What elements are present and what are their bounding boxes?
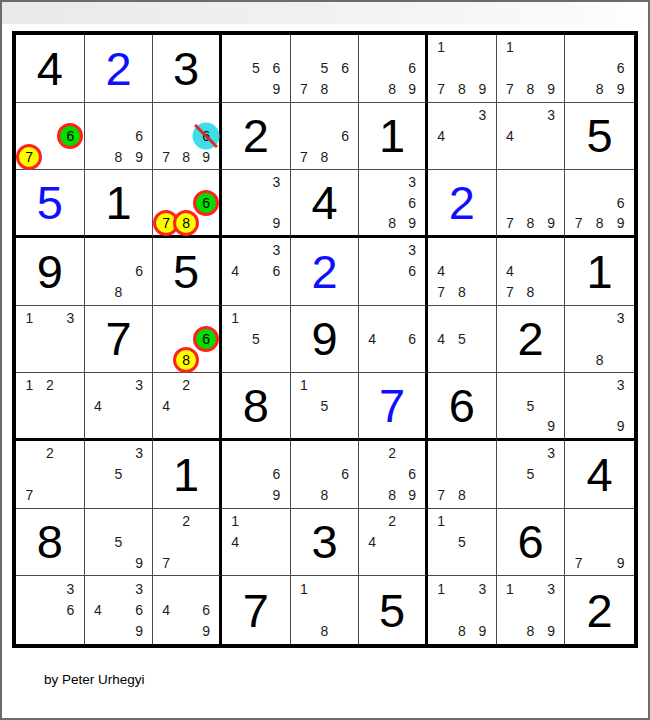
candidate-digit: 5 <box>452 532 473 553</box>
cell-r7c5[interactable]: 68 <box>291 441 360 509</box>
cell-r7c7[interactable]: 78 <box>428 441 497 509</box>
cell-r4c5[interactable]: 2 <box>291 238 360 306</box>
given-digit: 2 <box>497 306 565 373</box>
candidate-digit: 6 <box>402 193 422 213</box>
candidate-digit: 6 <box>129 600 150 621</box>
cell-r1c4[interactable]: 569 <box>222 35 291 103</box>
candidate-digit: 8 <box>108 282 129 303</box>
given-digit: 9 <box>16 238 84 305</box>
candidates: 3689 <box>362 172 422 233</box>
candidate-digit: 2 <box>176 511 196 532</box>
candidate-digit: 7 <box>156 146 176 167</box>
candidate-digit: 2 <box>40 375 61 395</box>
solved-digit: 2 <box>291 238 359 305</box>
cell-r8c8[interactable]: 6 <box>497 509 566 577</box>
candidates: 59 <box>88 511 150 574</box>
candidate-digit: 4 <box>225 532 246 553</box>
candidate-digit: 3 <box>402 240 422 261</box>
candidates: 15 <box>431 511 493 574</box>
candidate-digit: 6 <box>60 600 81 621</box>
candidate-digit: 6 <box>266 464 287 485</box>
cell-r3c6[interactable]: 3689 <box>359 170 428 238</box>
candidate-digit: 1 <box>294 375 315 395</box>
candidates: 346 <box>225 240 287 303</box>
candidates: 13 <box>19 308 81 371</box>
candidates: 46 <box>362 308 422 371</box>
candidate-digit: 8 <box>589 213 610 233</box>
candidate-digit: 9 <box>610 552 631 573</box>
given-digit: 4 <box>565 441 634 508</box>
candidate-digit: 6 <box>266 58 287 79</box>
candidates: 12 <box>19 375 81 436</box>
cell-r5c7[interactable]: 45 <box>428 306 497 374</box>
candidates: 36 <box>19 578 81 642</box>
candidate-digit: 7 <box>568 552 589 573</box>
cell-r9c2[interactable]: 3469 <box>85 576 154 644</box>
candidate-digit: 6 <box>129 261 150 282</box>
cell-r5c3[interactable]: 68 <box>153 306 222 374</box>
candidate-digit: 6 <box>335 58 356 79</box>
cell-r9c7[interactable]: 1389 <box>428 576 497 644</box>
cell-r6c3[interactable]: 24 <box>153 373 222 441</box>
candidate-digit: 1 <box>500 37 521 58</box>
candidate-digit: 7 <box>500 79 521 100</box>
cell-r7c9[interactable]: 4 <box>565 441 634 509</box>
candidate-highlight-circle: 7 <box>16 144 42 170</box>
cell-r9c8[interactable]: 1389 <box>497 576 566 644</box>
candidate-digit: 9 <box>129 621 150 642</box>
candidate-digit: 3 <box>266 240 287 261</box>
candidate-highlight-circle: 6 <box>193 190 219 216</box>
cell-r8c3[interactable]: 27 <box>153 509 222 577</box>
candidate-digit: 8 <box>314 146 335 167</box>
cell-r3c5[interactable]: 4 <box>291 170 360 238</box>
cell-r6c6[interactable]: 7 <box>359 373 428 441</box>
candidate-digit: 5 <box>246 329 267 350</box>
cell-r4c9[interactable]: 1 <box>565 238 634 306</box>
candidate-digit: 7 <box>294 79 315 100</box>
candidate-digit: 3 <box>541 443 562 464</box>
candidate-digit: 3 <box>129 578 150 599</box>
cell-r9c3[interactable]: 469 <box>153 576 222 644</box>
candidates: 39 <box>225 172 287 233</box>
candidates: 1389 <box>431 578 493 642</box>
candidates: 59 <box>500 375 562 436</box>
candidate-digit: 9 <box>541 79 562 100</box>
candidate-digit: 3 <box>610 375 631 395</box>
cell-r1c6[interactable]: 689 <box>359 35 428 103</box>
candidate-digit: 3 <box>266 172 287 192</box>
candidate-digit: 5 <box>108 464 129 485</box>
candidate-digit: 9 <box>266 79 287 100</box>
candidate-highlight-circle: 8 <box>173 347 199 373</box>
candidate-highlight-circle: 6 <box>57 123 83 149</box>
given-digit: 8 <box>16 509 84 576</box>
candidate-digit: 9 <box>610 79 631 100</box>
given-digit: 6 <box>428 373 496 438</box>
cell-r2c7[interactable]: 34 <box>428 103 497 171</box>
candidate-digit: 8 <box>589 349 610 370</box>
candidate-highlight-circle: 6 <box>193 326 219 352</box>
candidate-digit: 8 <box>452 282 473 303</box>
cell-r5c5[interactable]: 9 <box>291 306 360 374</box>
cell-r2c9[interactable]: 5 <box>565 103 634 171</box>
given-digit: 1 <box>565 238 634 305</box>
cell-r7c3[interactable]: 1 <box>153 441 222 509</box>
candidates: 689 <box>568 37 631 100</box>
cell-r9c5[interactable]: 18 <box>291 576 360 644</box>
given-digit: 6 <box>497 509 565 576</box>
candidates: 478 <box>431 240 493 303</box>
candidate-digit: 4 <box>225 261 246 282</box>
candidate-digit: 8 <box>452 485 473 506</box>
candidate-digit: 8 <box>589 79 610 100</box>
given-digit: 5 <box>565 103 634 170</box>
candidate-digit: 3 <box>541 578 562 599</box>
cell-r1c3[interactable]: 3 <box>153 35 222 103</box>
candidate-digit: 4 <box>362 329 382 350</box>
candidate-digit: 9 <box>196 146 216 167</box>
candidates: 1789 <box>431 37 493 100</box>
candidate-digit: 4 <box>431 261 452 282</box>
window-top-bar <box>2 2 648 24</box>
candidate-digit: 4 <box>156 600 176 621</box>
eliminated-candidate-highlight: 6 <box>193 122 220 149</box>
given-digit: 1 <box>359 103 425 170</box>
candidate-digit: 6 <box>402 261 422 282</box>
candidate-highlight-circle: 8 <box>173 210 199 236</box>
candidates: 68 <box>88 240 150 303</box>
candidate-digit: 6 <box>335 464 356 485</box>
cell-r6c7[interactable]: 6 <box>428 373 497 441</box>
cell-r4c1[interactable]: 9 <box>16 238 85 306</box>
candidate-digit: 4 <box>500 126 521 147</box>
candidates: 27 <box>156 511 216 574</box>
candidates: 478 <box>500 240 562 303</box>
cell-r9c9[interactable]: 2 <box>565 576 634 644</box>
candidate-digit: 9 <box>541 416 562 436</box>
candidates: 79 <box>568 511 631 574</box>
cell-r7c1[interactable]: 27 <box>16 441 85 509</box>
candidate-digit: 6 <box>402 58 422 79</box>
candidates: 35 <box>88 443 150 506</box>
sudoku-grid: 4235695678689178917896896768967892678134… <box>12 31 638 648</box>
candidate-digit: 7 <box>500 282 521 303</box>
candidate-digit: 9 <box>402 213 422 233</box>
given-digit: 1 <box>153 441 219 508</box>
candidate-digit: 8 <box>176 213 196 233</box>
candidate-digit: 9 <box>196 621 216 642</box>
candidate-digit: 8 <box>452 79 473 100</box>
solved-digit: 7 <box>359 373 425 438</box>
candidate-digit: 8 <box>520 282 541 303</box>
cell-r9c6[interactable]: 5 <box>359 576 428 644</box>
candidate-digit: 9 <box>541 621 562 642</box>
candidate-digit: 4 <box>500 261 521 282</box>
cell-r1c5[interactable]: 5678 <box>291 35 360 103</box>
candidate-digit: 9 <box>129 146 150 167</box>
cell-r1c2[interactable]: 2 <box>85 35 154 103</box>
candidate-digit: 8 <box>314 79 335 100</box>
cell-r3c1[interactable]: 5 <box>16 170 85 238</box>
candidate-digit: 9 <box>129 552 150 573</box>
candidate-digit: 1 <box>431 37 452 58</box>
candidate-digit: 7 <box>431 79 452 100</box>
candidate-digit: 3 <box>60 308 81 329</box>
cell-r7c8[interactable]: 35 <box>497 441 566 509</box>
candidate-digit: 8 <box>176 146 196 167</box>
cell-r5c6[interactable]: 46 <box>359 306 428 374</box>
candidate-digit: 8 <box>382 213 402 233</box>
candidates: 15 <box>225 308 287 371</box>
candidate-digit: 7 <box>19 485 40 506</box>
candidate-digit: 7 <box>500 213 521 233</box>
candidates: 689 <box>88 105 150 168</box>
candidates: 24 <box>362 511 422 574</box>
candidate-digit: 6 <box>266 261 287 282</box>
candidate-digit: 5 <box>314 396 335 416</box>
candidate-digit: 7 <box>156 552 176 573</box>
candidates: 67 <box>19 105 81 168</box>
candidate-digit: 8 <box>520 621 541 642</box>
candidate-digit: 3 <box>610 308 631 329</box>
given-digit: 7 <box>222 576 290 644</box>
candidate-digit: 1 <box>225 308 246 329</box>
given-digit: 5 <box>153 238 219 305</box>
candidate-digit: 1 <box>431 578 452 599</box>
candidate-digit: 4 <box>431 126 452 147</box>
candidates: 45 <box>431 308 493 371</box>
cell-r4c3[interactable]: 5 <box>153 238 222 306</box>
candidate-digit: 6 <box>196 193 216 213</box>
cell-r8c4[interactable]: 14 <box>222 509 291 577</box>
cell-r5c9[interactable]: 38 <box>565 306 634 374</box>
cell-r8c2[interactable]: 59 <box>85 509 154 577</box>
candidate-digit: 4 <box>156 396 176 416</box>
cell-r8c6[interactable]: 24 <box>359 509 428 577</box>
solved-digit: 2 <box>85 35 153 102</box>
candidate-digit: 2 <box>40 443 61 464</box>
cell-r6c9[interactable]: 39 <box>565 373 634 441</box>
solved-digit: 5 <box>16 170 84 235</box>
candidate-digit: 2 <box>382 443 402 464</box>
candidate-digit: 5 <box>314 58 335 79</box>
candidate-digit: 3 <box>129 375 150 395</box>
candidate-digit: 9 <box>266 485 287 506</box>
candidate-digit: 5 <box>520 396 541 416</box>
given-digit: 2 <box>222 103 290 170</box>
candidates: 678 <box>156 172 216 233</box>
cell-r8c1[interactable]: 8 <box>16 509 85 577</box>
cell-r2c8[interactable]: 34 <box>497 103 566 171</box>
candidate-digit: 1 <box>19 308 40 329</box>
candidate-digit: 9 <box>266 213 287 233</box>
cell-r6c4[interactable]: 8 <box>222 373 291 441</box>
given-digit: 3 <box>291 509 359 576</box>
candidates: 1789 <box>500 37 562 100</box>
candidate-digit: 8 <box>382 485 402 506</box>
candidates: 789 <box>500 172 562 233</box>
cell-r3c3[interactable]: 678 <box>153 170 222 238</box>
candidate-digit: 9 <box>472 79 493 100</box>
cell-r5c2[interactable]: 7 <box>85 306 154 374</box>
candidate-digit: 3 <box>472 578 493 599</box>
candidate-digit: 6 <box>60 126 81 147</box>
candidate-digit: 8 <box>108 146 129 167</box>
candidate-digit: 2 <box>176 375 196 395</box>
candidate-digit: 1 <box>225 511 246 532</box>
given-digit: 4 <box>16 35 84 102</box>
screenshot-frame: 4235695678689178917896896768967892678134… <box>0 0 650 720</box>
candidate-digit: 6 <box>610 58 631 79</box>
cell-r1c8[interactable]: 1789 <box>497 35 566 103</box>
cell-r9c1[interactable]: 36 <box>16 576 85 644</box>
candidate-digit: 1 <box>431 511 452 532</box>
cell-r4c2[interactable]: 68 <box>85 238 154 306</box>
candidates: 1389 <box>500 578 562 642</box>
candidates: 36 <box>362 240 422 303</box>
cell-r4c7[interactable]: 478 <box>428 238 497 306</box>
cell-r6c2[interactable]: 34 <box>85 373 154 441</box>
candidate-digit: 6 <box>402 464 422 485</box>
candidates: 24 <box>156 375 216 436</box>
cell-r2c1[interactable]: 67 <box>16 103 85 171</box>
candidates: 27 <box>19 443 81 506</box>
candidate-digit: 8 <box>314 485 335 506</box>
cell-r2c4[interactable]: 2 <box>222 103 291 171</box>
cell-r3c7[interactable]: 2 <box>428 170 497 238</box>
cell-r3c8[interactable]: 789 <box>497 170 566 238</box>
candidate-digit: 6 <box>129 126 150 147</box>
candidate-digit: 1 <box>500 578 521 599</box>
candidate-digit: 5 <box>108 532 129 553</box>
candidates: 34 <box>500 105 562 168</box>
candidates: 3469 <box>88 578 150 642</box>
candidate-digit: 8 <box>520 79 541 100</box>
candidate-digit: 9 <box>610 416 631 436</box>
candidate-digit: 7 <box>431 282 452 303</box>
candidate-digit: 3 <box>402 172 422 192</box>
candidates: 38 <box>568 308 631 371</box>
candidate-digit: 4 <box>88 600 109 621</box>
candidates: 5678 <box>294 37 356 100</box>
cell-r1c7[interactable]: 1789 <box>428 35 497 103</box>
cell-r9c4[interactable]: 7 <box>222 576 291 644</box>
cell-r8c9[interactable]: 79 <box>565 509 634 577</box>
cell-r2c5[interactable]: 678 <box>291 103 360 171</box>
candidate-digit: 8 <box>520 213 541 233</box>
candidate-digit: 5 <box>452 329 473 350</box>
candidate-digit: 6 <box>610 193 631 213</box>
cell-r3c4[interactable]: 39 <box>222 170 291 238</box>
candidates: 2689 <box>362 443 422 506</box>
candidate-digit: 7 <box>431 485 452 506</box>
candidate-digit: 8 <box>314 621 335 642</box>
candidate-digit: 1 <box>294 578 315 599</box>
candidates: 15 <box>294 375 356 436</box>
given-digit: 1 <box>85 170 153 235</box>
author-caption: by Peter Urhegyi <box>44 672 145 687</box>
candidates: 6789 <box>568 172 631 233</box>
candidates: 68 <box>156 308 216 371</box>
cell-r7c2[interactable]: 35 <box>85 441 154 509</box>
candidate-digit: 7 <box>19 146 40 167</box>
candidate-digit: 3 <box>541 105 562 126</box>
cell-r1c1[interactable]: 4 <box>16 35 85 103</box>
candidate-digit: 8 <box>452 621 473 642</box>
candidate-digit: 5 <box>246 58 267 79</box>
cell-r5c8[interactable]: 2 <box>497 306 566 374</box>
candidates: 18 <box>294 578 356 642</box>
candidates: 34 <box>431 105 493 168</box>
candidates: 569 <box>225 37 287 100</box>
candidate-digit: 6 <box>196 600 216 621</box>
given-digit: 8 <box>222 373 290 438</box>
candidates: 14 <box>225 511 287 574</box>
cell-r6c1[interactable]: 12 <box>16 373 85 441</box>
given-digit: 2 <box>565 576 634 644</box>
candidate-digit: 3 <box>472 105 493 126</box>
cell-r7c6[interactable]: 2689 <box>359 441 428 509</box>
cell-r3c9[interactable]: 6789 <box>565 170 634 238</box>
cell-r2c2[interactable]: 689 <box>85 103 154 171</box>
candidates: 39 <box>568 375 631 436</box>
candidate-digit: 3 <box>60 578 81 599</box>
given-digit: 5 <box>359 576 425 644</box>
cell-r8c7[interactable]: 15 <box>428 509 497 577</box>
candidate-digit: 9 <box>472 621 493 642</box>
candidate-digit: 4 <box>362 532 382 553</box>
candidate-digit: 3 <box>129 443 150 464</box>
cell-r5c4[interactable]: 15 <box>222 306 291 374</box>
cell-r3c2[interactable]: 1 <box>85 170 154 238</box>
cell-r5c1[interactable]: 13 <box>16 306 85 374</box>
candidate-digit: 4 <box>88 396 109 416</box>
cell-r6c8[interactable]: 59 <box>497 373 566 441</box>
cell-r4c4[interactable]: 346 <box>222 238 291 306</box>
candidate-digit: 5 <box>520 464 541 485</box>
candidates: 469 <box>156 578 216 642</box>
candidate-digit: 6 <box>196 329 216 350</box>
cell-r4c6[interactable]: 36 <box>359 238 428 306</box>
cell-r1c9[interactable]: 689 <box>565 35 634 103</box>
candidate-digit: 9 <box>402 79 422 100</box>
candidates: 35 <box>500 443 562 506</box>
cell-r2c6[interactable]: 1 <box>359 103 428 171</box>
cell-r6c5[interactable]: 15 <box>291 373 360 441</box>
cell-r4c8[interactable]: 478 <box>497 238 566 306</box>
candidates: 68 <box>294 443 356 506</box>
given-digit: 9 <box>291 306 359 373</box>
candidate-digit: 4 <box>431 329 452 350</box>
cell-r8c5[interactable]: 3 <box>291 509 360 577</box>
candidate-digit: 9 <box>402 485 422 506</box>
candidate-digit: 6 <box>335 126 356 147</box>
given-digit: 3 <box>153 35 219 102</box>
candidate-digit: 2 <box>382 511 402 532</box>
cell-r2c3[interactable]: 6789 <box>153 103 222 171</box>
cell-r7c4[interactable]: 69 <box>222 441 291 509</box>
candidate-digit: 7 <box>294 146 315 167</box>
candidate-digit: 8 <box>382 79 402 100</box>
candidate-digit: 6 <box>196 126 216 147</box>
candidates: 69 <box>225 443 287 506</box>
given-digit: 7 <box>85 306 153 373</box>
candidate-digit: 8 <box>176 349 196 370</box>
candidate-digit: 7 <box>568 213 589 233</box>
candidate-digit: 9 <box>541 213 562 233</box>
candidate-digit: 6 <box>402 329 422 350</box>
